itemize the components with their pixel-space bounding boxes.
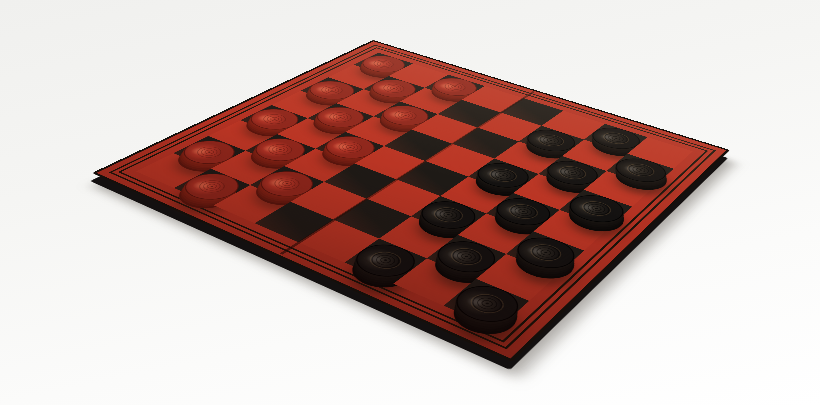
- photo-stage: [0, 0, 820, 405]
- lighting-overlay: [97, 41, 727, 358]
- checkers-board[interactable]: [92, 40, 730, 362]
